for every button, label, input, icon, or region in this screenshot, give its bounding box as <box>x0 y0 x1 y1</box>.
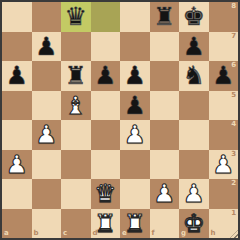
file-label-h: h <box>211 230 216 237</box>
white-king[interactable]: ♚ <box>183 211 205 236</box>
square-c8[interactable]: ♛ <box>61 2 91 32</box>
square-d5[interactable] <box>91 91 121 121</box>
square-h6[interactable]: ♟6 <box>209 61 239 91</box>
square-b4[interactable]: ♟ <box>32 120 62 150</box>
rank-label-4: 4 <box>231 121 236 128</box>
black-pawn[interactable]: ♟ <box>183 34 205 59</box>
white-pawn[interactable]: ♟ <box>153 181 175 206</box>
square-b3[interactable] <box>32 150 62 180</box>
black-queen[interactable]: ♛ <box>65 4 87 29</box>
black-pawn[interactable]: ♟ <box>212 63 234 88</box>
square-d1[interactable]: ♜d <box>91 209 121 239</box>
square-e6[interactable]: ♟ <box>120 61 150 91</box>
square-f4[interactable] <box>150 120 180 150</box>
white-pawn[interactable]: ♟ <box>35 122 57 147</box>
square-b8[interactable] <box>32 2 62 32</box>
square-g4[interactable] <box>179 120 209 150</box>
square-e4[interactable]: ♟ <box>120 120 150 150</box>
rank-label-5: 5 <box>231 92 236 99</box>
square-c1[interactable]: c <box>61 209 91 239</box>
square-c4[interactable] <box>61 120 91 150</box>
square-c6[interactable]: ♜ <box>61 61 91 91</box>
black-pawn[interactable]: ♟ <box>6 63 28 88</box>
square-h5[interactable]: 5 <box>209 91 239 121</box>
black-rook[interactable]: ♜ <box>153 4 175 29</box>
square-d8[interactable] <box>91 2 121 32</box>
square-a6[interactable]: ♟ <box>2 61 32 91</box>
file-label-a: a <box>4 230 9 237</box>
square-f5[interactable] <box>150 91 180 121</box>
white-bishop[interactable]: ♝ <box>65 93 87 118</box>
white-pawn[interactable]: ♟ <box>6 152 28 177</box>
rank-label-7: 7 <box>231 33 236 40</box>
square-e5[interactable]: ♟ <box>120 91 150 121</box>
file-label-c: c <box>63 230 67 237</box>
square-a7[interactable] <box>2 32 32 62</box>
square-g2[interactable]: ♟ <box>179 179 209 209</box>
square-a2[interactable] <box>2 179 32 209</box>
square-h8[interactable]: 8 <box>209 2 239 32</box>
chess-board-frame: ♛♜♚8♟♟7♟♜♟♟♞♟6♝♟5♟♟4♟♟3♛♟♟2abc♜d♜ef♚g1h <box>0 0 240 240</box>
square-d6[interactable]: ♟ <box>91 61 121 91</box>
square-f2[interactable]: ♟ <box>150 179 180 209</box>
square-d4[interactable] <box>91 120 121 150</box>
square-b7[interactable]: ♟ <box>32 32 62 62</box>
square-g7[interactable]: ♟ <box>179 32 209 62</box>
black-pawn[interactable]: ♟ <box>35 34 57 59</box>
white-queen[interactable]: ♛ <box>94 181 116 206</box>
black-pawn[interactable]: ♟ <box>94 63 116 88</box>
square-g1[interactable]: ♚g <box>179 209 209 239</box>
square-e2[interactable] <box>120 179 150 209</box>
white-rook[interactable]: ♜ <box>94 211 116 236</box>
square-h3[interactable]: ♟3 <box>209 150 239 180</box>
square-c7[interactable] <box>61 32 91 62</box>
square-a5[interactable] <box>2 91 32 121</box>
square-c2[interactable] <box>61 179 91 209</box>
square-g6[interactable]: ♞ <box>179 61 209 91</box>
white-pawn[interactable]: ♟ <box>212 152 234 177</box>
black-pawn[interactable]: ♟ <box>124 93 146 118</box>
black-knight[interactable]: ♞ <box>183 63 205 88</box>
black-rook[interactable]: ♜ <box>65 63 87 88</box>
square-e3[interactable] <box>120 150 150 180</box>
square-a8[interactable] <box>2 2 32 32</box>
white-rook[interactable]: ♜ <box>124 211 146 236</box>
square-e8[interactable] <box>120 2 150 32</box>
square-f3[interactable] <box>150 150 180 180</box>
square-a3[interactable]: ♟ <box>2 150 32 180</box>
rank-label-1: 1 <box>231 210 236 217</box>
square-f7[interactable] <box>150 32 180 62</box>
black-king[interactable]: ♚ <box>183 4 205 29</box>
chess-board[interactable]: ♛♜♚8♟♟7♟♜♟♟♞♟6♝♟5♟♟4♟♟3♛♟♟2abc♜d♜ef♚g1h <box>2 2 238 238</box>
square-e7[interactable] <box>120 32 150 62</box>
square-b2[interactable] <box>32 179 62 209</box>
square-c5[interactable]: ♝ <box>61 91 91 121</box>
black-pawn[interactable]: ♟ <box>124 63 146 88</box>
file-label-b: b <box>34 230 39 237</box>
square-a4[interactable] <box>2 120 32 150</box>
square-e1[interactable]: ♜e <box>120 209 150 239</box>
square-d7[interactable] <box>91 32 121 62</box>
square-g8[interactable]: ♚ <box>179 2 209 32</box>
square-h7[interactable]: 7 <box>209 32 239 62</box>
rank-label-2: 2 <box>231 180 236 187</box>
square-f8[interactable]: ♜ <box>150 2 180 32</box>
white-pawn[interactable]: ♟ <box>124 122 146 147</box>
square-g3[interactable] <box>179 150 209 180</box>
white-pawn[interactable]: ♟ <box>183 181 205 206</box>
square-c3[interactable] <box>61 150 91 180</box>
square-h1[interactable]: 1h <box>209 209 239 239</box>
square-b6[interactable] <box>32 61 62 91</box>
rank-label-8: 8 <box>231 3 236 10</box>
square-g5[interactable] <box>179 91 209 121</box>
square-h4[interactable]: 4 <box>209 120 239 150</box>
square-a1[interactable]: a <box>2 209 32 239</box>
square-b5[interactable] <box>32 91 62 121</box>
square-b1[interactable]: b <box>32 209 62 239</box>
square-h2[interactable]: 2 <box>209 179 239 209</box>
square-d2[interactable]: ♛ <box>91 179 121 209</box>
square-f1[interactable]: f <box>150 209 180 239</box>
square-f6[interactable] <box>150 61 180 91</box>
square-d3[interactable] <box>91 150 121 180</box>
file-label-f: f <box>152 230 155 237</box>
